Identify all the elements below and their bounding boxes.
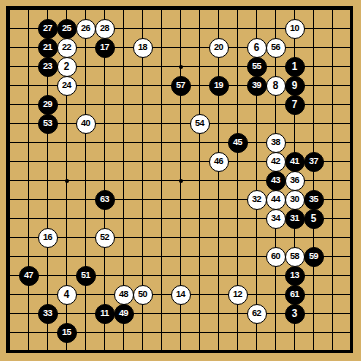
stone-34-white[interactable]: 34: [266, 209, 286, 229]
stone-44-white[interactable]: 44: [266, 190, 286, 210]
stone-18-white[interactable]: 18: [133, 38, 153, 58]
stone-59-black[interactable]: 59: [304, 247, 324, 267]
stone-52-white[interactable]: 52: [95, 228, 115, 248]
stone-32-white[interactable]: 32: [247, 190, 267, 210]
stone-12-white[interactable]: 12: [228, 285, 248, 305]
stone-50-white[interactable]: 50: [133, 285, 153, 305]
stone-27-black[interactable]: 27: [38, 19, 58, 39]
go-board[interactable]: 1234567891011121314151617181920212223242…: [0, 0, 361, 361]
stone-42-white[interactable]: 42: [266, 152, 286, 172]
stone-48-white[interactable]: 48: [114, 285, 134, 305]
stone-49-black[interactable]: 49: [114, 304, 134, 324]
stone-63-black[interactable]: 63: [95, 190, 115, 210]
stone-41-black[interactable]: 41: [285, 152, 305, 172]
stone-22-white[interactable]: 22: [57, 38, 77, 58]
stone-30-white[interactable]: 30: [285, 190, 305, 210]
star-point: [179, 65, 183, 69]
stone-60-white[interactable]: 60: [266, 247, 286, 267]
stone-3-black[interactable]: 3: [285, 304, 305, 324]
stone-2-white[interactable]: 2: [57, 57, 77, 77]
stone-26-white[interactable]: 26: [76, 19, 96, 39]
stone-25-black[interactable]: 25: [57, 19, 77, 39]
stone-8-white[interactable]: 8: [266, 76, 286, 96]
stone-15-black[interactable]: 15: [57, 323, 77, 343]
stone-62-white[interactable]: 62: [247, 304, 267, 324]
stone-36-white[interactable]: 36: [285, 171, 305, 191]
stone-56-white[interactable]: 56: [266, 38, 286, 58]
stone-21-black[interactable]: 21: [38, 38, 58, 58]
stone-29-black[interactable]: 29: [38, 95, 58, 115]
stone-37-black[interactable]: 37: [304, 152, 324, 172]
stone-61-black[interactable]: 61: [285, 285, 305, 305]
stone-40-white[interactable]: 40: [76, 114, 96, 134]
stone-47-black[interactable]: 47: [19, 266, 39, 286]
stone-51-black[interactable]: 51: [76, 266, 96, 286]
stone-5-black[interactable]: 5: [304, 209, 324, 229]
stone-10-white[interactable]: 10: [285, 19, 305, 39]
stone-23-black[interactable]: 23: [38, 57, 58, 77]
stone-54-white[interactable]: 54: [190, 114, 210, 134]
stone-57-black[interactable]: 57: [171, 76, 191, 96]
stone-33-black[interactable]: 33: [38, 304, 58, 324]
star-point: [179, 179, 183, 183]
stone-35-black[interactable]: 35: [304, 190, 324, 210]
stone-17-black[interactable]: 17: [95, 38, 115, 58]
stone-7-black[interactable]: 7: [285, 95, 305, 115]
stone-46-white[interactable]: 46: [209, 152, 229, 172]
board-grid: 1234567891011121314151617181920212223242…: [0, 0, 361, 361]
stone-20-white[interactable]: 20: [209, 38, 229, 58]
stone-55-black[interactable]: 55: [247, 57, 267, 77]
stone-39-black[interactable]: 39: [247, 76, 267, 96]
stone-14-white[interactable]: 14: [171, 285, 191, 305]
stone-13-black[interactable]: 13: [285, 266, 305, 286]
stone-24-white[interactable]: 24: [57, 76, 77, 96]
stone-11-black[interactable]: 11: [95, 304, 115, 324]
stone-53-black[interactable]: 53: [38, 114, 58, 134]
stone-6-white[interactable]: 6: [247, 38, 267, 58]
stone-28-white[interactable]: 28: [95, 19, 115, 39]
stone-16-white[interactable]: 16: [38, 228, 58, 248]
stone-31-black[interactable]: 31: [285, 209, 305, 229]
stone-4-white[interactable]: 4: [57, 285, 77, 305]
stone-38-white[interactable]: 38: [266, 133, 286, 153]
stone-1-black[interactable]: 1: [285, 57, 305, 77]
stone-58-white[interactable]: 58: [285, 247, 305, 267]
stone-9-black[interactable]: 9: [285, 76, 305, 96]
stone-43-black[interactable]: 43: [266, 171, 286, 191]
stone-45-black[interactable]: 45: [228, 133, 248, 153]
star-point: [65, 179, 69, 183]
stone-19-black[interactable]: 19: [209, 76, 229, 96]
